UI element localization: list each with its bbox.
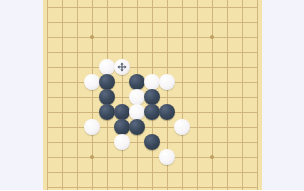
board-cell[interactable] [130,120,145,135]
white-stone [144,74,160,90]
board-cell[interactable] [175,0,190,15]
board-cell[interactable] [70,180,85,191]
board-cell[interactable] [40,45,55,60]
board-cell[interactable] [220,30,235,45]
board-cell[interactable] [190,30,205,45]
board-cell[interactable] [220,0,235,15]
board-cell[interactable] [55,30,70,45]
board-cell[interactable] [40,120,55,135]
board-cell[interactable] [145,165,160,180]
board-cell[interactable] [40,0,55,15]
board-cell[interactable] [100,180,115,191]
board-cell[interactable] [100,90,115,105]
board-cell[interactable] [85,75,100,90]
board-cell[interactable] [160,180,175,191]
board-cell[interactable] [100,150,115,165]
board-cell[interactable] [85,105,100,120]
board-cell[interactable] [70,75,85,90]
board-cell[interactable] [55,165,70,180]
board-cell[interactable] [250,105,265,120]
board-cell[interactable] [235,30,250,45]
board-cell[interactable] [160,60,175,75]
board-cell[interactable] [100,120,115,135]
board-cell[interactable] [145,15,160,30]
board-cell[interactable] [85,15,100,30]
white-stone [129,89,145,105]
board-cell[interactable] [175,30,190,45]
board-cell[interactable] [55,45,70,60]
board-cell[interactable] [40,150,55,165]
board-cell[interactable] [205,105,220,120]
black-stone [99,74,115,90]
white-stone [159,149,175,165]
board-cell[interactable] [190,180,205,191]
board-cell[interactable] [205,0,220,15]
board-cell[interactable] [130,45,145,60]
board-cell[interactable] [220,135,235,150]
star-point [210,35,214,39]
board-cell[interactable] [235,15,250,30]
board-cell[interactable] [55,75,70,90]
black-stone [99,89,115,105]
board-cell[interactable] [205,150,220,165]
board-cell[interactable] [40,30,55,45]
star-point [210,155,214,159]
board-cell[interactable] [160,105,175,120]
board-cell[interactable] [130,0,145,15]
board-cell[interactable] [160,75,175,90]
white-stone [159,74,175,90]
board-cell[interactable] [55,135,70,150]
board-cell[interactable] [130,15,145,30]
board-cell[interactable] [70,60,85,75]
board-cell[interactable] [85,180,100,191]
board-cell[interactable] [175,45,190,60]
board-cell[interactable] [250,150,265,165]
board-cell[interactable] [175,105,190,120]
board-cell[interactable] [175,75,190,90]
board-cell[interactable] [40,15,55,30]
board-cell[interactable] [235,105,250,120]
white-stone [114,134,130,150]
board-cell[interactable] [220,120,235,135]
board-cell[interactable] [250,120,265,135]
board-cell[interactable] [205,30,220,45]
board-cell[interactable] [55,105,70,120]
board-cell[interactable] [130,180,145,191]
board-cell[interactable] [85,150,100,165]
board-cell[interactable] [145,75,160,90]
board-cell[interactable] [145,0,160,15]
white-stone [129,104,145,120]
board-cell[interactable] [115,30,130,45]
board-cell[interactable] [160,90,175,105]
board-cell[interactable] [205,135,220,150]
board-cell[interactable] [250,165,265,180]
board-cell[interactable] [55,90,70,105]
board-cell[interactable] [250,90,265,105]
board-cell[interactable] [115,0,130,15]
board-cell[interactable] [100,75,115,90]
board-cell[interactable] [220,15,235,30]
board-cell[interactable] [145,105,160,120]
board-cell[interactable] [115,105,130,120]
board-cell[interactable] [220,165,235,180]
board-cell[interactable] [70,105,85,120]
star-point [90,35,94,39]
board-cell[interactable] [130,30,145,45]
board-cell[interactable] [145,180,160,191]
board-cell[interactable] [85,135,100,150]
board-cell[interactable] [190,45,205,60]
board-cell[interactable] [250,60,265,75]
board-cell[interactable] [115,45,130,60]
board-cell[interactable] [190,75,205,90]
board-cell[interactable] [190,135,205,150]
board-cell[interactable] [235,150,250,165]
board-cell[interactable] [235,120,250,135]
board-cell[interactable] [190,0,205,15]
board-cell[interactable] [115,60,130,75]
board-cell[interactable] [100,60,115,75]
board-cell[interactable] [40,165,55,180]
board-cell[interactable] [55,120,70,135]
gomoku-board [43,0,262,190]
board-cell[interactable] [100,45,115,60]
black-stone [144,134,160,150]
board-cell[interactable] [235,165,250,180]
black-stone [129,74,145,90]
board-cell[interactable] [205,165,220,180]
board-cell[interactable] [250,0,265,15]
board-cell[interactable] [40,60,55,75]
board-cell[interactable] [220,180,235,191]
board-cell[interactable] [235,60,250,75]
board-cell[interactable] [250,135,265,150]
board-cell[interactable] [130,165,145,180]
board-cell[interactable] [175,60,190,75]
board-cell[interactable] [235,180,250,191]
board-cell[interactable] [250,30,265,45]
board-cell[interactable] [175,135,190,150]
board-cell[interactable] [70,135,85,150]
board-cell[interactable] [100,30,115,45]
board-cell[interactable] [250,180,265,191]
board-cell[interactable] [220,150,235,165]
board-cell[interactable] [175,180,190,191]
board-cell[interactable] [55,15,70,30]
board-cell[interactable] [205,90,220,105]
board-cell[interactable] [145,135,160,150]
board-cell[interactable] [175,90,190,105]
board-cell[interactable] [220,75,235,90]
board-cell[interactable] [70,15,85,30]
board-cell[interactable] [40,105,55,120]
board-cell[interactable] [160,30,175,45]
board-cell[interactable] [175,150,190,165]
board-cell[interactable] [85,45,100,60]
black-stone [159,104,175,120]
board-cell[interactable] [160,0,175,15]
board-cell[interactable] [70,90,85,105]
board-cell[interactable] [70,0,85,15]
board-cell[interactable] [190,150,205,165]
board-cell[interactable] [70,165,85,180]
board-cell[interactable] [85,165,100,180]
board-cell[interactable] [85,0,100,15]
board-cell[interactable] [130,105,145,120]
board-cell[interactable] [70,120,85,135]
board-cell[interactable] [160,165,175,180]
white-stone [174,119,190,135]
board-cell[interactable] [190,90,205,105]
board-cell[interactable] [205,180,220,191]
board-cell[interactable] [115,15,130,30]
board-cell[interactable] [205,45,220,60]
board-cell[interactable] [40,180,55,191]
board-cell[interactable] [190,60,205,75]
move-crosshair-icon [117,62,127,72]
black-stone [114,119,130,135]
board-cell[interactable] [145,90,160,105]
board-cell[interactable] [130,75,145,90]
board-cell[interactable] [190,120,205,135]
board-cell[interactable] [115,150,130,165]
board-cell[interactable] [40,135,55,150]
board-cell[interactable] [40,75,55,90]
board-cell[interactable] [235,135,250,150]
board-cell[interactable] [145,30,160,45]
board-cell[interactable] [235,75,250,90]
board-cell[interactable] [85,60,100,75]
app-background [0,0,304,190]
board-cell[interactable] [220,60,235,75]
board-cell[interactable] [115,75,130,90]
board-cell[interactable] [145,150,160,165]
board-cell[interactable] [55,150,70,165]
board-cell[interactable] [205,120,220,135]
board-cell[interactable] [175,15,190,30]
board-cell[interactable] [160,135,175,150]
board-cell[interactable] [235,90,250,105]
board-cell[interactable] [130,150,145,165]
board-cell[interactable] [85,120,100,135]
board-cell[interactable] [190,165,205,180]
board-cell[interactable] [250,45,265,60]
board-cell[interactable] [100,0,115,15]
board-cell[interactable] [160,120,175,135]
board-cell[interactable] [175,165,190,180]
black-stone [129,119,145,135]
board-cell[interactable] [70,45,85,60]
black-stone [144,89,160,105]
board-cell[interactable] [220,105,235,120]
board-cell[interactable] [55,0,70,15]
board-cell[interactable] [160,15,175,30]
board-cell[interactable] [205,60,220,75]
board-cell[interactable] [85,90,100,105]
board-cell[interactable] [70,150,85,165]
board-grid [40,0,265,190]
board-cell[interactable] [115,180,130,191]
board-cell[interactable] [130,60,145,75]
board-cell[interactable] [115,165,130,180]
board-cell[interactable] [100,105,115,120]
white-stone [99,59,115,75]
board-cell[interactable] [190,105,205,120]
board-cell[interactable] [85,30,100,45]
board-cell[interactable] [250,15,265,30]
board-cell[interactable] [130,135,145,150]
board-cell[interactable] [115,90,130,105]
board-cell[interactable] [175,120,190,135]
board-cell[interactable] [115,135,130,150]
board-cell[interactable] [220,45,235,60]
board-cell[interactable] [205,15,220,30]
board-cell[interactable] [115,120,130,135]
cursor-stone[interactable] [114,59,130,75]
black-stone [114,104,130,120]
board-cell[interactable] [190,15,205,30]
black-stone [144,104,160,120]
board-cell[interactable] [70,30,85,45]
board-cell[interactable] [220,90,235,105]
board-cell[interactable] [130,90,145,105]
board-cell[interactable] [145,120,160,135]
board-cell[interactable] [235,45,250,60]
star-point [90,155,94,159]
black-stone [99,104,115,120]
board-cell[interactable] [40,90,55,105]
board-cell[interactable] [100,135,115,150]
board-cell[interactable] [160,150,175,165]
board-cell[interactable] [145,60,160,75]
board-cell[interactable] [205,75,220,90]
board-cell[interactable] [250,75,265,90]
board-cell[interactable] [55,60,70,75]
board-cell[interactable] [100,15,115,30]
board-cell[interactable] [145,45,160,60]
board-cell[interactable] [55,180,70,191]
white-stone [84,74,100,90]
board-cell[interactable] [160,45,175,60]
board-cell[interactable] [235,0,250,15]
board-cell[interactable] [100,165,115,180]
white-stone [84,119,100,135]
